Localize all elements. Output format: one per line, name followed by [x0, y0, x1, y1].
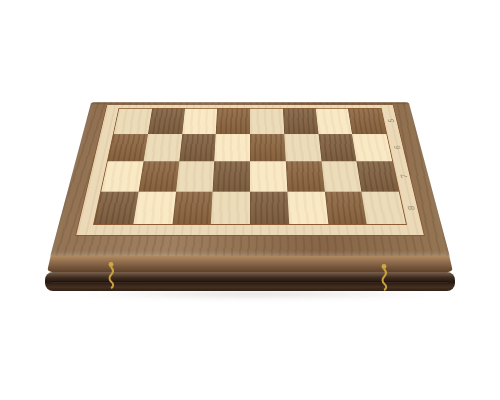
board-square [133, 191, 176, 224]
board-square [250, 191, 289, 224]
board-square [94, 191, 138, 224]
board-square [362, 191, 406, 224]
board-square [352, 134, 392, 161]
board-square [250, 161, 287, 191]
board-square [216, 109, 250, 134]
board-square [284, 134, 321, 161]
board-square [214, 134, 250, 161]
board-square [250, 134, 286, 161]
board-square [286, 161, 325, 191]
board-square [324, 191, 367, 224]
product-photo-stage: 5678 [0, 0, 500, 400]
board-grid [93, 108, 407, 225]
board-square [172, 191, 213, 224]
board-square [321, 161, 361, 191]
board-square [179, 134, 216, 161]
chessboard-top: 5678 [50, 102, 450, 257]
board-square [114, 109, 152, 134]
board-square [182, 109, 217, 134]
board-square [250, 109, 284, 134]
board-square [101, 161, 143, 191]
board-square [315, 109, 352, 134]
board-square [287, 191, 328, 224]
board-square [143, 134, 182, 161]
board-square [138, 161, 178, 191]
board-square [108, 134, 148, 161]
board-square [348, 109, 386, 134]
board-square [148, 109, 185, 134]
brass-latch-icon [106, 261, 116, 291]
board-square [357, 161, 399, 191]
board-square [213, 161, 250, 191]
board-square [318, 134, 357, 161]
board-square [176, 161, 215, 191]
board-square [283, 109, 318, 134]
ground-shadow [70, 288, 440, 300]
board-square [211, 191, 250, 224]
